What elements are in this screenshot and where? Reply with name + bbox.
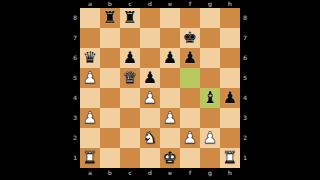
square-a8[interactable]	[80, 8, 100, 28]
square-b1[interactable]	[100, 148, 120, 168]
white-pawn: ♟	[143, 88, 157, 108]
chess-board: abcdefgh8♜♜87♚76♛♟♟♟65♟♛♟54♟♝♟43♟♟32♞♟♟2…	[70, 0, 250, 180]
square-h6[interactable]	[220, 48, 240, 68]
rank-label-right-3: 3	[240, 108, 250, 128]
square-d5[interactable]: ♟	[140, 68, 160, 88]
file-label-bottom-f: f	[180, 168, 200, 180]
square-a7[interactable]	[80, 28, 100, 48]
square-d1[interactable]	[140, 148, 160, 168]
square-c2[interactable]	[120, 128, 140, 148]
file-label-top-c: c	[120, 0, 140, 8]
square-e5[interactable]	[160, 68, 180, 88]
file-label-top-b: b	[100, 0, 120, 8]
rank-label-right-7: 7	[240, 28, 250, 48]
file-label-top-g: g	[200, 0, 220, 8]
rank-label-left-2: 2	[70, 128, 80, 148]
file-label-top-e: e	[160, 0, 180, 8]
rank-label-left-3: 3	[70, 108, 80, 128]
square-c3[interactable]	[120, 108, 140, 128]
square-h7[interactable]	[220, 28, 240, 48]
white-pawn: ♟	[183, 128, 197, 148]
file-label-bottom-c: c	[120, 168, 140, 180]
file-label-top-d: d	[140, 0, 160, 8]
square-a5[interactable]: ♟	[80, 68, 100, 88]
black-rook: ♜	[123, 8, 137, 28]
rank-label-right-8: 8	[240, 8, 250, 28]
black-pawn: ♟	[143, 68, 157, 88]
white-rook: ♜	[83, 148, 97, 168]
square-f5[interactable]	[180, 68, 200, 88]
rank-label-left-1: 1	[70, 148, 80, 168]
square-f1[interactable]	[180, 148, 200, 168]
black-bishop: ♝	[203, 88, 217, 108]
square-h5[interactable]	[220, 68, 240, 88]
square-b6[interactable]	[100, 48, 120, 68]
rank-label-right-6: 6	[240, 48, 250, 68]
rank-label-right-1: 1	[240, 148, 250, 168]
square-h3[interactable]	[220, 108, 240, 128]
square-b5[interactable]	[100, 68, 120, 88]
rank-label-left-8: 8	[70, 8, 80, 28]
rank-label-left-4: 4	[70, 88, 80, 108]
square-d2[interactable]: ♞	[140, 128, 160, 148]
square-e2[interactable]	[160, 128, 180, 148]
square-f6[interactable]: ♟	[180, 48, 200, 68]
rank-label-left-6: 6	[70, 48, 80, 68]
board-corner	[240, 168, 250, 180]
black-pawn: ♟	[163, 48, 177, 68]
white-pawn: ♟	[83, 108, 97, 128]
file-label-bottom-h: h	[220, 168, 240, 180]
square-f8[interactable]	[180, 8, 200, 28]
square-e1[interactable]: ♚	[160, 148, 180, 168]
file-label-top-a: a	[80, 0, 100, 8]
square-h2[interactable]	[220, 128, 240, 148]
square-c1[interactable]	[120, 148, 140, 168]
file-label-top-h: h	[220, 0, 240, 8]
square-h4[interactable]: ♟	[220, 88, 240, 108]
square-d6[interactable]	[140, 48, 160, 68]
square-b7[interactable]	[100, 28, 120, 48]
square-f3[interactable]	[180, 108, 200, 128]
square-e6[interactable]: ♟	[160, 48, 180, 68]
black-king: ♚	[183, 28, 197, 48]
black-queen: ♛	[83, 48, 97, 68]
file-label-bottom-d: d	[140, 168, 160, 180]
file-label-bottom-g: g	[200, 168, 220, 180]
square-e8[interactable]	[160, 8, 180, 28]
square-b4[interactable]	[100, 88, 120, 108]
square-g4[interactable]: ♝	[200, 88, 220, 108]
square-e7[interactable]	[160, 28, 180, 48]
white-rook: ♜	[223, 148, 237, 168]
square-f4[interactable]	[180, 88, 200, 108]
square-e3[interactable]: ♟	[160, 108, 180, 128]
board-corner	[240, 0, 250, 8]
square-c6[interactable]: ♟	[120, 48, 140, 68]
white-king: ♚	[163, 148, 177, 168]
black-rook: ♜	[103, 8, 117, 28]
board-corner	[70, 0, 80, 8]
rank-label-right-4: 4	[240, 88, 250, 108]
rank-label-right-2: 2	[240, 128, 250, 148]
square-g1[interactable]	[200, 148, 220, 168]
square-g5[interactable]	[200, 68, 220, 88]
square-f2[interactable]: ♟	[180, 128, 200, 148]
square-a4[interactable]	[80, 88, 100, 108]
square-a1[interactable]: ♜	[80, 148, 100, 168]
square-h8[interactable]	[220, 8, 240, 28]
square-c5[interactable]: ♛	[120, 68, 140, 88]
white-pawn: ♟	[83, 68, 97, 88]
square-b3[interactable]	[100, 108, 120, 128]
rank-label-left-7: 7	[70, 28, 80, 48]
black-pawn: ♟	[183, 48, 197, 68]
rank-label-left-5: 5	[70, 68, 80, 88]
square-d8[interactable]	[140, 8, 160, 28]
file-label-bottom-e: e	[160, 168, 180, 180]
black-pawn: ♟	[123, 48, 137, 68]
white-queen: ♛	[123, 68, 137, 88]
chess-app-stage: abcdefgh8♜♜87♚76♛♟♟♟65♟♛♟54♟♝♟43♟♟32♞♟♟2…	[0, 0, 320, 180]
square-a6[interactable]: ♛	[80, 48, 100, 68]
board-corner	[70, 168, 80, 180]
black-pawn: ♟	[223, 88, 237, 108]
square-g3[interactable]	[200, 108, 220, 128]
square-g6[interactable]	[200, 48, 220, 68]
white-pawn: ♟	[203, 128, 217, 148]
square-a2[interactable]	[80, 128, 100, 148]
rank-label-right-5: 5	[240, 68, 250, 88]
white-pawn: ♟	[163, 108, 177, 128]
square-d4[interactable]: ♟	[140, 88, 160, 108]
square-b2[interactable]	[100, 128, 120, 148]
square-h1[interactable]: ♜	[220, 148, 240, 168]
square-d3[interactable]	[140, 108, 160, 128]
square-g7[interactable]	[200, 28, 220, 48]
square-e4[interactable]	[160, 88, 180, 108]
file-label-bottom-b: b	[100, 168, 120, 180]
file-label-top-f: f	[180, 0, 200, 8]
square-c8[interactable]: ♜	[120, 8, 140, 28]
square-d7[interactable]	[140, 28, 160, 48]
square-c4[interactable]	[120, 88, 140, 108]
white-knight: ♞	[143, 128, 157, 148]
square-f7[interactable]: ♚	[180, 28, 200, 48]
file-label-bottom-a: a	[80, 168, 100, 180]
square-g2[interactable]: ♟	[200, 128, 220, 148]
square-b8[interactable]: ♜	[100, 8, 120, 28]
square-g8[interactable]	[200, 8, 220, 28]
square-c7[interactable]	[120, 28, 140, 48]
square-a3[interactable]: ♟	[80, 108, 100, 128]
